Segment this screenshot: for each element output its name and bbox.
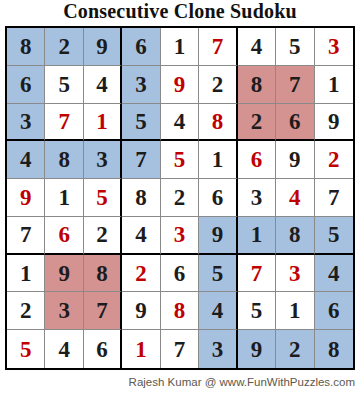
cell-r1c5: 1 xyxy=(161,28,199,66)
cell-r7c6: 5 xyxy=(199,255,237,293)
cell-r7c3: 8 xyxy=(84,255,122,293)
credit-text: Rajesh Kumar @ www.FunWithPuzzles.com xyxy=(129,376,355,388)
cell-r3c9: 9 xyxy=(315,104,353,142)
cell-r5c2: 1 xyxy=(45,179,83,217)
cell-r8c9: 6 xyxy=(315,292,353,330)
cell-r8c2: 3 xyxy=(45,292,83,330)
cell-r4c9: 2 xyxy=(315,141,353,179)
cell-r9c2: 4 xyxy=(45,330,83,368)
cell-r6c2: 6 xyxy=(45,217,83,255)
cell-r7c8: 3 xyxy=(276,255,314,293)
cell-r1c2: 2 xyxy=(45,28,83,66)
cell-r5c3: 5 xyxy=(84,179,122,217)
cell-r1c3: 9 xyxy=(84,28,122,66)
cell-r2c1: 6 xyxy=(7,66,45,104)
cell-r5c8: 4 xyxy=(276,179,314,217)
cell-r6c1: 7 xyxy=(7,217,45,255)
cell-r7c5: 6 xyxy=(161,255,199,293)
cell-r3c2: 7 xyxy=(45,104,83,142)
cell-r5c6: 6 xyxy=(199,179,237,217)
cell-r9c8: 2 xyxy=(276,330,314,368)
cell-r9c9: 8 xyxy=(315,330,353,368)
cell-r1c1: 8 xyxy=(7,28,45,66)
cell-r6c5: 3 xyxy=(161,217,199,255)
sudoku-board: 8296174536543928713715482694837516929158… xyxy=(5,26,355,370)
cell-r6c7: 1 xyxy=(238,217,276,255)
cell-r2c4: 3 xyxy=(122,66,160,104)
cell-r4c7: 6 xyxy=(238,141,276,179)
cell-r3c5: 4 xyxy=(161,104,199,142)
cell-r3c4: 5 xyxy=(122,104,160,142)
cell-r1c6: 7 xyxy=(199,28,237,66)
cell-r8c7: 5 xyxy=(238,292,276,330)
cell-r8c4: 9 xyxy=(122,292,160,330)
cell-r5c9: 7 xyxy=(315,179,353,217)
cell-r5c1: 9 xyxy=(7,179,45,217)
cell-r4c6: 1 xyxy=(199,141,237,179)
cell-r9c7: 9 xyxy=(238,330,276,368)
puzzle-page: Consecutive Clone Sudoku 829617453654392… xyxy=(0,0,360,400)
puzzle-title: Consecutive Clone Sudoku xyxy=(0,0,360,23)
cell-r9c3: 6 xyxy=(84,330,122,368)
cell-r1c4: 6 xyxy=(122,28,160,66)
cell-r8c6: 4 xyxy=(199,292,237,330)
cell-r6c8: 8 xyxy=(276,217,314,255)
cell-r2c8: 7 xyxy=(276,66,314,104)
cell-r8c1: 2 xyxy=(7,292,45,330)
cell-r9c1: 5 xyxy=(7,330,45,368)
cell-r1c7: 4 xyxy=(238,28,276,66)
cell-r6c6: 9 xyxy=(199,217,237,255)
cell-r4c4: 7 xyxy=(122,141,160,179)
cell-r8c8: 1 xyxy=(276,292,314,330)
cell-r7c9: 4 xyxy=(315,255,353,293)
cell-r2c2: 5 xyxy=(45,66,83,104)
cell-r3c7: 2 xyxy=(238,104,276,142)
cell-r1c9: 3 xyxy=(315,28,353,66)
cell-r4c8: 9 xyxy=(276,141,314,179)
cell-r3c8: 6 xyxy=(276,104,314,142)
cell-r5c7: 3 xyxy=(238,179,276,217)
cell-r4c1: 4 xyxy=(7,141,45,179)
cell-r6c3: 2 xyxy=(84,217,122,255)
cell-r8c5: 8 xyxy=(161,292,199,330)
cell-r7c4: 2 xyxy=(122,255,160,293)
cell-r2c9: 1 xyxy=(315,66,353,104)
cell-r5c5: 2 xyxy=(161,179,199,217)
cell-r4c2: 8 xyxy=(45,141,83,179)
cell-r2c7: 8 xyxy=(238,66,276,104)
cell-r9c5: 7 xyxy=(161,330,199,368)
cell-r2c6: 2 xyxy=(199,66,237,104)
cell-r7c2: 9 xyxy=(45,255,83,293)
cell-r9c6: 3 xyxy=(199,330,237,368)
cell-r2c3: 4 xyxy=(84,66,122,104)
cell-r7c1: 1 xyxy=(7,255,45,293)
cell-r3c6: 8 xyxy=(199,104,237,142)
cell-r2c5: 9 xyxy=(161,66,199,104)
cell-r1c8: 5 xyxy=(276,28,314,66)
cell-r7c7: 7 xyxy=(238,255,276,293)
cell-r3c3: 1 xyxy=(84,104,122,142)
cell-r3c1: 3 xyxy=(7,104,45,142)
cell-r8c3: 7 xyxy=(84,292,122,330)
cell-r4c3: 3 xyxy=(84,141,122,179)
cell-r4c5: 5 xyxy=(161,141,199,179)
cell-r9c4: 1 xyxy=(122,330,160,368)
cell-r6c9: 5 xyxy=(315,217,353,255)
cell-r5c4: 8 xyxy=(122,179,160,217)
cell-r6c4: 4 xyxy=(122,217,160,255)
